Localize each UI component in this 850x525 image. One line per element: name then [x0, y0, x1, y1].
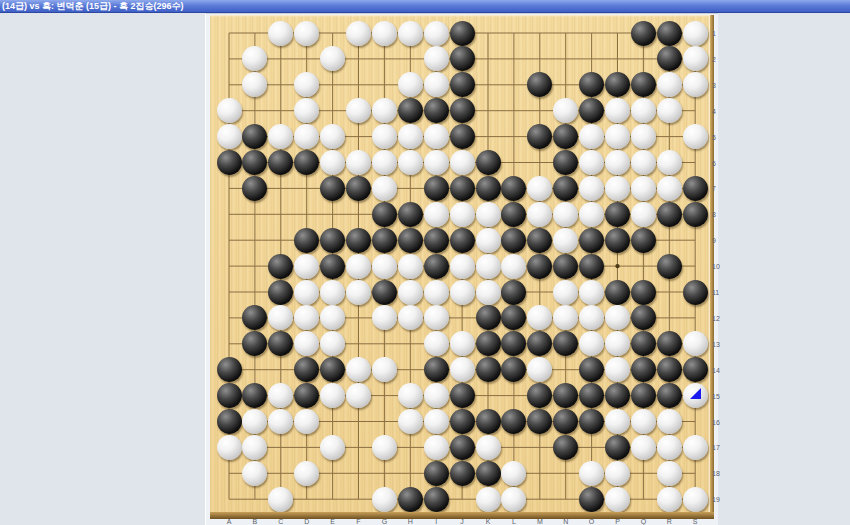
black-stone-J3	[450, 72, 475, 97]
white-stone-O11	[579, 280, 604, 305]
black-stone-J9	[450, 228, 475, 253]
white-stone-R6	[657, 150, 682, 175]
white-stone-P7	[605, 176, 630, 201]
white-stone-Q4	[631, 98, 656, 123]
black-stone-Q14	[631, 357, 656, 382]
black-stone-G8	[372, 202, 397, 227]
white-stone-H11	[398, 280, 423, 305]
white-stone-J13	[450, 331, 475, 356]
row-label-5: 5	[712, 134, 726, 141]
white-stone-S1	[683, 21, 708, 46]
white-stone-R16	[657, 409, 682, 434]
white-stone-M8	[527, 202, 552, 227]
white-stone-J10	[450, 254, 475, 279]
black-stone-N17	[553, 435, 578, 460]
black-stone-I10	[424, 254, 449, 279]
row-label-8: 8	[712, 211, 726, 218]
white-stone-F11	[346, 280, 371, 305]
black-stone-J7	[450, 176, 475, 201]
white-stone-S2	[683, 46, 708, 71]
row-label-1: 1	[712, 30, 726, 37]
black-stone-N10	[553, 254, 578, 279]
white-stone-A17	[217, 435, 242, 460]
row-label-4: 4	[712, 108, 726, 115]
white-stone-N9	[553, 228, 578, 253]
go-board[interactable]	[210, 15, 710, 512]
white-stone-A5	[217, 124, 242, 149]
black-stone-R1	[657, 21, 682, 46]
white-stone-C19	[268, 487, 293, 512]
black-stone-Q15	[631, 383, 656, 408]
black-stone-Q11	[631, 280, 656, 305]
white-stone-I3	[424, 72, 449, 97]
row-label-10: 10	[712, 263, 726, 270]
row-label-7: 7	[712, 185, 726, 192]
column-label-M: M	[527, 518, 553, 525]
black-stone-H8	[398, 202, 423, 227]
game-result-title: (14급) vs 흑: 변덕춘 (15급) - 흑 2집승(296수)	[2, 1, 184, 11]
white-stone-K8	[476, 202, 501, 227]
white-stone-S17	[683, 435, 708, 460]
black-stone-K7	[476, 176, 501, 201]
white-stone-O7	[579, 176, 604, 201]
white-stone-R7	[657, 176, 682, 201]
white-stone-O18	[579, 461, 604, 486]
black-stone-E9	[320, 228, 345, 253]
column-label-I: I	[423, 518, 449, 525]
row-label-2: 2	[712, 56, 726, 63]
white-stone-I11	[424, 280, 449, 305]
white-stone-F6	[346, 150, 371, 175]
white-stone-K10	[476, 254, 501, 279]
white-stone-R4	[657, 98, 682, 123]
black-stone-E7	[320, 176, 345, 201]
white-stone-I13	[424, 331, 449, 356]
black-stone-I19	[424, 487, 449, 512]
black-stone-I4	[424, 98, 449, 123]
row-label-17: 17	[712, 444, 726, 451]
black-stone-F7	[346, 176, 371, 201]
black-stone-A6	[217, 150, 242, 175]
white-stone-C1	[268, 21, 293, 46]
white-stone-E17	[320, 435, 345, 460]
white-stone-O6	[579, 150, 604, 175]
black-stone-I7	[424, 176, 449, 201]
white-stone-Q6	[631, 150, 656, 175]
black-stone-O19	[579, 487, 604, 512]
white-stone-S5	[683, 124, 708, 149]
white-stone-I17	[424, 435, 449, 460]
black-stone-I9	[424, 228, 449, 253]
white-stone-G7	[372, 176, 397, 201]
white-stone-D18	[294, 461, 319, 486]
black-stone-M10	[527, 254, 552, 279]
black-stone-J17	[450, 435, 475, 460]
black-stone-O10	[579, 254, 604, 279]
column-label-D: D	[294, 518, 320, 525]
white-stone-G10	[372, 254, 397, 279]
title-bar: (14급) vs 흑: 변덕춘 (15급) - 흑 2집승(296수)	[0, 0, 850, 13]
white-stone-N11	[553, 280, 578, 305]
black-stone-R8	[657, 202, 682, 227]
black-stone-K12	[476, 305, 501, 330]
column-label-R: R	[656, 518, 682, 525]
black-stone-J18	[450, 461, 475, 486]
white-stone-I15	[424, 383, 449, 408]
white-stone-F15	[346, 383, 371, 408]
white-stone-J6	[450, 150, 475, 175]
last-move-marker	[690, 388, 701, 399]
white-stone-E6	[320, 150, 345, 175]
black-stone-H4	[398, 98, 423, 123]
column-label-K: K	[475, 518, 501, 525]
black-stone-O9	[579, 228, 604, 253]
black-stone-J5	[450, 124, 475, 149]
white-stone-J11	[450, 280, 475, 305]
black-stone-P15	[605, 383, 630, 408]
white-stone-P16	[605, 409, 630, 434]
row-label-6: 6	[712, 160, 726, 167]
column-label-H: H	[397, 518, 423, 525]
white-stone-I2	[424, 46, 449, 71]
black-stone-R15	[657, 383, 682, 408]
black-stone-C10	[268, 254, 293, 279]
black-stone-J16	[450, 409, 475, 434]
black-stone-R13	[657, 331, 682, 356]
white-stone-I1	[424, 21, 449, 46]
black-stone-O16	[579, 409, 604, 434]
white-stone-K19	[476, 487, 501, 512]
black-stone-S8	[683, 202, 708, 227]
white-stone-G17	[372, 435, 397, 460]
star-point	[615, 264, 619, 268]
black-stone-A15	[217, 383, 242, 408]
white-stone-G6	[372, 150, 397, 175]
black-stone-J1	[450, 21, 475, 46]
black-stone-L11	[501, 280, 526, 305]
black-stone-Q9	[631, 228, 656, 253]
black-stone-K13	[476, 331, 501, 356]
white-stone-P5	[605, 124, 630, 149]
white-stone-L10	[501, 254, 526, 279]
column-label-C: C	[268, 518, 294, 525]
white-stone-I8	[424, 202, 449, 227]
white-stone-E11	[320, 280, 345, 305]
black-stone-M9	[527, 228, 552, 253]
black-stone-L9	[501, 228, 526, 253]
white-stone-K9	[476, 228, 501, 253]
white-stone-S19	[683, 487, 708, 512]
white-stone-Q8	[631, 202, 656, 227]
black-stone-S7	[683, 176, 708, 201]
column-label-Q: Q	[630, 518, 656, 525]
column-label-G: G	[371, 518, 397, 525]
column-label-N: N	[553, 518, 579, 525]
white-stone-P18	[605, 461, 630, 486]
white-stone-S3	[683, 72, 708, 97]
black-stone-H19	[398, 487, 423, 512]
white-stone-K11	[476, 280, 501, 305]
white-stone-L19	[501, 487, 526, 512]
black-stone-P11	[605, 280, 630, 305]
white-stone-O8	[579, 202, 604, 227]
white-stone-R18	[657, 461, 682, 486]
black-stone-K18	[476, 461, 501, 486]
white-stone-S15	[683, 383, 708, 408]
black-stone-S11	[683, 280, 708, 305]
column-label-E: E	[320, 518, 346, 525]
white-stone-D11	[294, 280, 319, 305]
row-label-16: 16	[712, 419, 726, 426]
white-stone-H10	[398, 254, 423, 279]
white-stone-H6	[398, 150, 423, 175]
column-label-L: L	[501, 518, 527, 525]
black-stone-Q1	[631, 21, 656, 46]
black-stone-P17	[605, 435, 630, 460]
white-stone-R3	[657, 72, 682, 97]
column-label-P: P	[605, 518, 631, 525]
black-stone-J4	[450, 98, 475, 123]
white-stone-D1	[294, 21, 319, 46]
white-stone-P19	[605, 487, 630, 512]
black-stone-P8	[605, 202, 630, 227]
row-label-9: 9	[712, 237, 726, 244]
white-stone-H16	[398, 409, 423, 434]
white-stone-H3	[398, 72, 423, 97]
white-stone-G19	[372, 487, 397, 512]
row-label-13: 13	[712, 341, 726, 348]
row-label-18: 18	[712, 470, 726, 477]
white-stone-Q16	[631, 409, 656, 434]
white-stone-P6	[605, 150, 630, 175]
column-label-A: A	[216, 518, 242, 525]
white-stone-Q5	[631, 124, 656, 149]
row-label-14: 14	[712, 367, 726, 374]
black-stone-N7	[553, 176, 578, 201]
black-stone-P9	[605, 228, 630, 253]
white-stone-N8	[553, 202, 578, 227]
black-stone-K6	[476, 150, 501, 175]
white-stone-G1	[372, 21, 397, 46]
white-stone-I12	[424, 305, 449, 330]
white-stone-A4	[217, 98, 242, 123]
black-stone-R14	[657, 357, 682, 382]
white-stone-K17	[476, 435, 501, 460]
white-stone-Q7	[631, 176, 656, 201]
white-stone-D10	[294, 254, 319, 279]
black-stone-C11	[268, 280, 293, 305]
black-stone-K16	[476, 409, 501, 434]
white-stone-I16	[424, 409, 449, 434]
black-stone-I18	[424, 461, 449, 486]
column-label-S: S	[682, 518, 708, 525]
white-stone-J8	[450, 202, 475, 227]
white-stone-R17	[657, 435, 682, 460]
black-stone-A14	[217, 357, 242, 382]
black-stone-D9	[294, 228, 319, 253]
column-label-B: B	[242, 518, 268, 525]
white-stone-F10	[346, 254, 371, 279]
white-stone-G14	[372, 357, 397, 382]
column-label-F: F	[346, 518, 372, 525]
white-stone-R19	[657, 487, 682, 512]
white-stone-H5	[398, 124, 423, 149]
column-label-J: J	[449, 518, 475, 525]
black-stone-A16	[217, 409, 242, 434]
white-stone-I6	[424, 150, 449, 175]
row-label-15: 15	[712, 393, 726, 400]
white-stone-S13	[683, 331, 708, 356]
white-stone-F1	[346, 21, 371, 46]
white-stone-G5	[372, 124, 397, 149]
black-stone-G9	[372, 228, 397, 253]
black-stone-S14	[683, 357, 708, 382]
row-label-3: 3	[712, 82, 726, 89]
black-stone-I14	[424, 357, 449, 382]
white-stone-Q17	[631, 435, 656, 460]
row-label-19: 19	[712, 496, 726, 503]
black-stone-H9	[398, 228, 423, 253]
black-stone-K14	[476, 357, 501, 382]
black-stone-G11	[372, 280, 397, 305]
white-stone-I5	[424, 124, 449, 149]
row-label-12: 12	[712, 315, 726, 322]
white-stone-J14	[450, 357, 475, 382]
white-stone-H15	[398, 383, 423, 408]
black-stone-J15	[450, 383, 475, 408]
column-label-O: O	[579, 518, 605, 525]
black-stone-R10	[657, 254, 682, 279]
black-stone-J2	[450, 46, 475, 71]
row-label-11: 11	[712, 289, 726, 296]
black-stone-F9	[346, 228, 371, 253]
white-stone-G4	[372, 98, 397, 123]
white-stone-H1	[398, 21, 423, 46]
black-stone-E10	[320, 254, 345, 279]
